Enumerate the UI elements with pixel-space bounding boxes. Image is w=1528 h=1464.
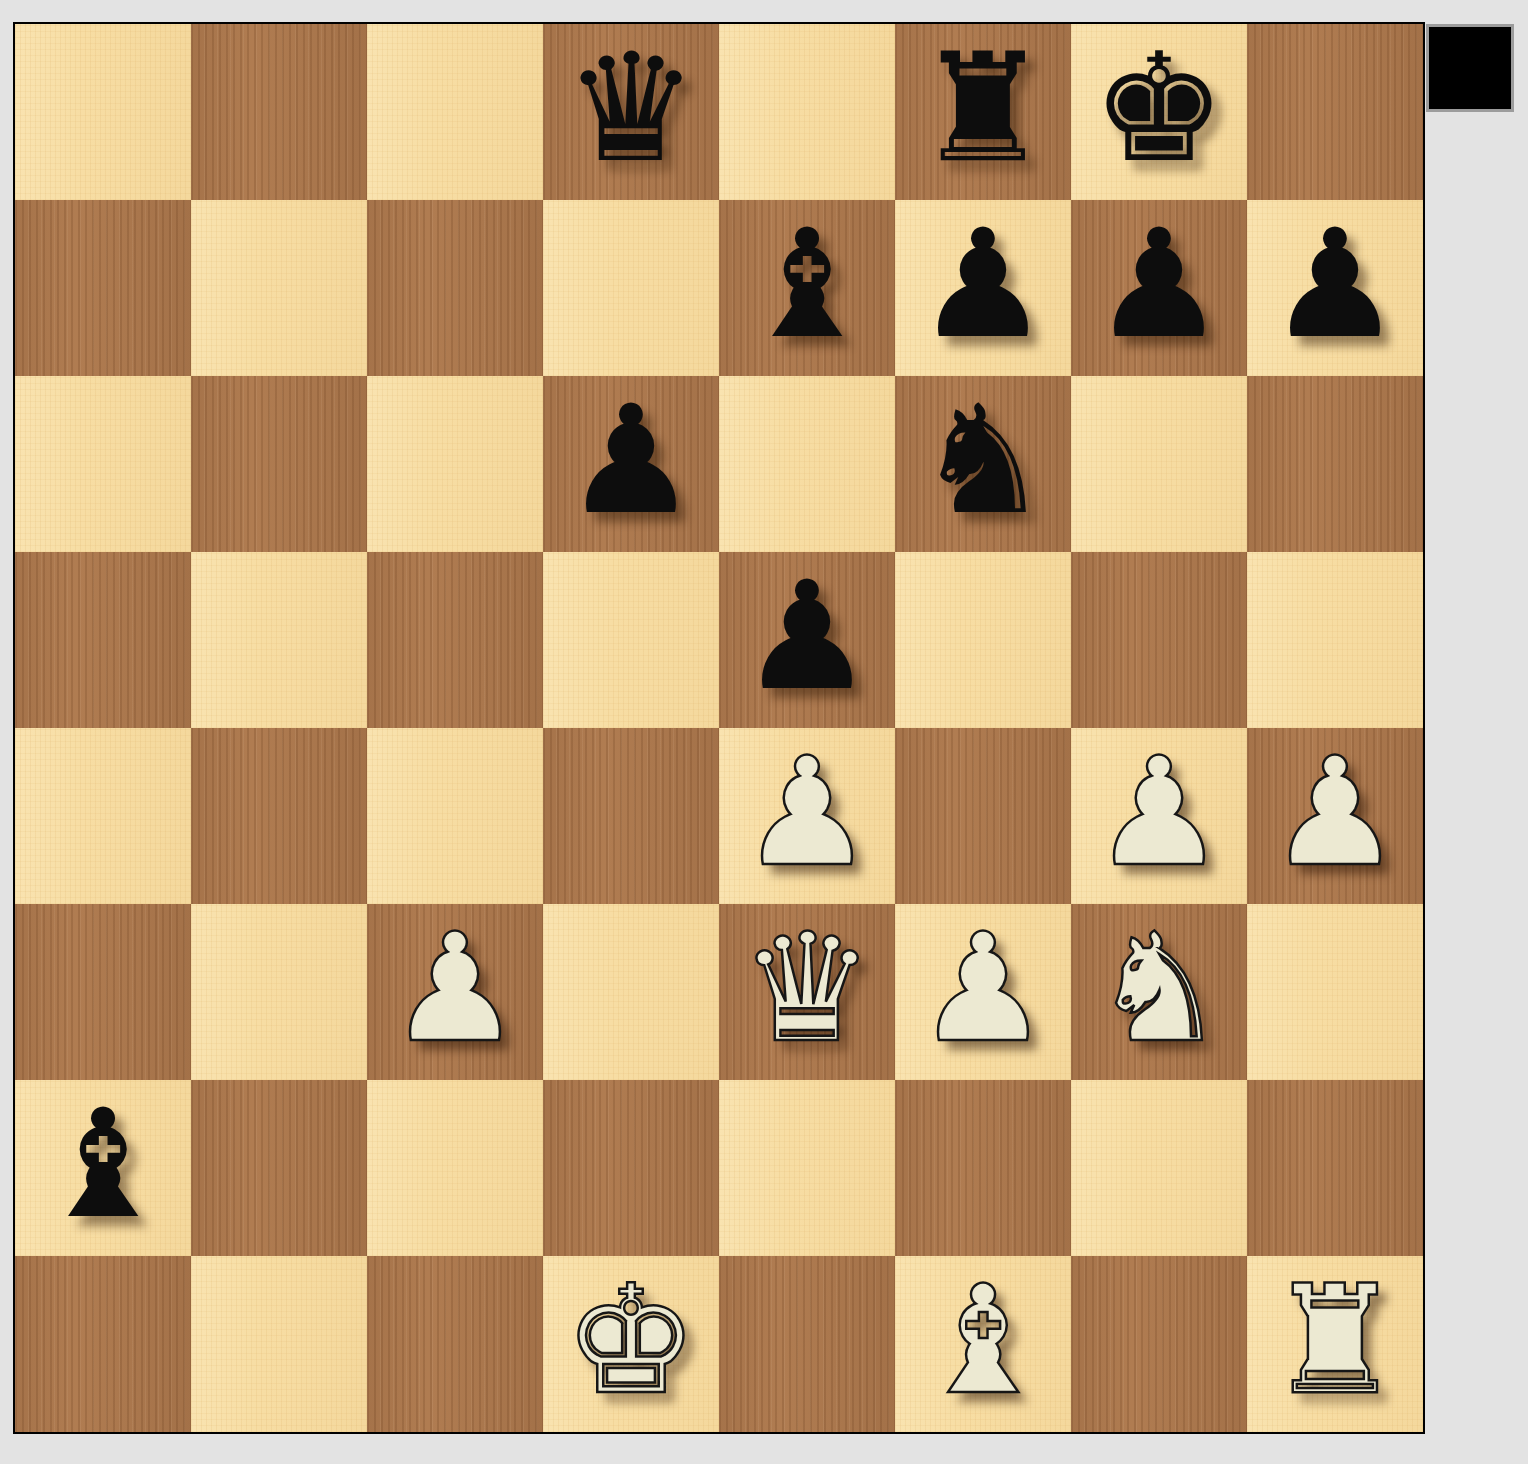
piece-white-pawn: ♟ (1268, 737, 1402, 887)
piece-black-pawn: ♟ (1092, 209, 1226, 359)
square-e5[interactable]: ♟ (719, 552, 895, 728)
square-b8[interactable] (191, 24, 367, 200)
piece-white-pawn: ♟ (740, 737, 874, 887)
square-g8[interactable]: ♚ (1071, 24, 1247, 200)
square-h8[interactable] (1247, 24, 1423, 200)
square-e4[interactable]: ♟ (719, 728, 895, 904)
square-b1[interactable] (191, 1256, 367, 1432)
square-a2[interactable]: ♝ (15, 1080, 191, 1256)
square-g4[interactable]: ♟ (1071, 728, 1247, 904)
square-a7[interactable] (15, 200, 191, 376)
square-d4[interactable] (543, 728, 719, 904)
chess-board: ♛♜♚♝♟♟♟♟♞♟♟♟♟♟♛♟♞♝♚♝♜ (13, 22, 1425, 1434)
piece-white-queen: ♛ (740, 913, 874, 1063)
turn-indicator-black-to-move (1426, 24, 1514, 112)
piece-white-king: ♚ (564, 1265, 698, 1415)
square-c8[interactable] (367, 24, 543, 200)
square-a6[interactable] (15, 376, 191, 552)
square-b6[interactable] (191, 376, 367, 552)
piece-white-pawn: ♟ (388, 913, 522, 1063)
square-a8[interactable] (15, 24, 191, 200)
square-d3[interactable] (543, 904, 719, 1080)
square-e6[interactable] (719, 376, 895, 552)
square-f6[interactable]: ♞ (895, 376, 1071, 552)
square-f4[interactable] (895, 728, 1071, 904)
square-f1[interactable]: ♝ (895, 1256, 1071, 1432)
square-d1[interactable]: ♚ (543, 1256, 719, 1432)
square-a5[interactable] (15, 552, 191, 728)
piece-black-pawn: ♟ (740, 561, 874, 711)
square-g7[interactable]: ♟ (1071, 200, 1247, 376)
piece-black-bishop: ♝ (740, 209, 874, 359)
square-d2[interactable] (543, 1080, 719, 1256)
square-f8[interactable]: ♜ (895, 24, 1071, 200)
square-b5[interactable] (191, 552, 367, 728)
square-c2[interactable] (367, 1080, 543, 1256)
square-g6[interactable] (1071, 376, 1247, 552)
piece-black-pawn: ♟ (1268, 209, 1402, 359)
square-h4[interactable]: ♟ (1247, 728, 1423, 904)
piece-white-bishop: ♝ (916, 1265, 1050, 1415)
square-c3[interactable]: ♟ (367, 904, 543, 1080)
piece-white-pawn: ♟ (1092, 737, 1226, 887)
square-h6[interactable] (1247, 376, 1423, 552)
piece-white-pawn: ♟ (916, 913, 1050, 1063)
square-e3[interactable]: ♛ (719, 904, 895, 1080)
square-c4[interactable] (367, 728, 543, 904)
square-c6[interactable] (367, 376, 543, 552)
square-e8[interactable] (719, 24, 895, 200)
square-c7[interactable] (367, 200, 543, 376)
square-e1[interactable] (719, 1256, 895, 1432)
square-h2[interactable] (1247, 1080, 1423, 1256)
square-a1[interactable] (15, 1256, 191, 1432)
square-c1[interactable] (367, 1256, 543, 1432)
piece-black-pawn: ♟ (916, 209, 1050, 359)
piece-white-knight: ♞ (1092, 913, 1226, 1063)
square-g2[interactable] (1071, 1080, 1247, 1256)
square-a4[interactable] (15, 728, 191, 904)
square-h1[interactable]: ♜ (1247, 1256, 1423, 1432)
square-h5[interactable] (1247, 552, 1423, 728)
square-a3[interactable] (15, 904, 191, 1080)
square-g5[interactable] (1071, 552, 1247, 728)
square-d6[interactable]: ♟ (543, 376, 719, 552)
square-f2[interactable] (895, 1080, 1071, 1256)
square-b4[interactable] (191, 728, 367, 904)
square-d8[interactable]: ♛ (543, 24, 719, 200)
square-e7[interactable]: ♝ (719, 200, 895, 376)
piece-black-rook: ♜ (916, 33, 1050, 183)
square-b3[interactable] (191, 904, 367, 1080)
square-f7[interactable]: ♟ (895, 200, 1071, 376)
page-background: ♛♜♚♝♟♟♟♟♞♟♟♟♟♟♛♟♞♝♚♝♜ (0, 0, 1528, 1464)
square-h3[interactable] (1247, 904, 1423, 1080)
piece-black-pawn: ♟ (564, 385, 698, 535)
piece-black-queen: ♛ (564, 33, 698, 183)
square-h7[interactable]: ♟ (1247, 200, 1423, 376)
piece-black-bishop: ♝ (36, 1089, 170, 1239)
square-e2[interactable] (719, 1080, 895, 1256)
piece-black-knight: ♞ (916, 385, 1050, 535)
square-c5[interactable] (367, 552, 543, 728)
square-d5[interactable] (543, 552, 719, 728)
square-b2[interactable] (191, 1080, 367, 1256)
square-g3[interactable]: ♞ (1071, 904, 1247, 1080)
piece-white-rook: ♜ (1268, 1265, 1402, 1415)
square-f5[interactable] (895, 552, 1071, 728)
square-g1[interactable] (1071, 1256, 1247, 1432)
square-b7[interactable] (191, 200, 367, 376)
square-d7[interactable] (543, 200, 719, 376)
square-f3[interactable]: ♟ (895, 904, 1071, 1080)
piece-black-king: ♚ (1092, 33, 1226, 183)
